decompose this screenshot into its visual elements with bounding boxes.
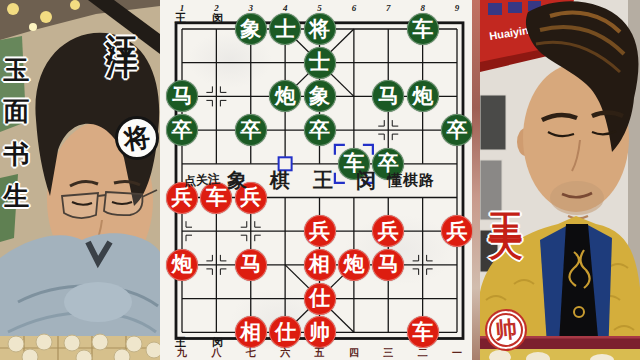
piece-卒[interactable]: 卒	[372, 148, 404, 180]
video-frame: 汪洋 玉面书生 将 象士将车士马炮象马炮卒卒卒卒车卒兵车兵兵兵兵炮马相炮马仕相仕…	[0, 0, 640, 360]
left-player-panel: 汪洋 玉面书生 将	[0, 0, 160, 360]
piece-仕[interactable]: 仕	[269, 316, 301, 348]
piece-兵[interactable]: 兵	[166, 182, 198, 214]
right-player-panel: Huaiyin Han	[480, 0, 640, 360]
piece-马[interactable]: 马	[372, 80, 404, 112]
piece-卒[interactable]: 卒	[304, 114, 336, 146]
piece-相[interactable]: 相	[304, 249, 336, 281]
piece-兵[interactable]: 兵	[441, 215, 473, 247]
piece-帅[interactable]: 帅	[304, 316, 336, 348]
piece-炮[interactable]: 炮	[407, 80, 439, 112]
piece-车[interactable]: 车	[407, 316, 439, 348]
piece-相[interactable]: 相	[235, 316, 267, 348]
table-chessboard	[0, 334, 160, 360]
xiangqi-board: 象士将车士马炮象马炮卒卒卒卒车卒兵车兵兵兵兵炮马相炮马仕相仕帅车 1234567…	[160, 0, 480, 360]
piece-炮[interactable]: 炮	[269, 80, 301, 112]
piece-象[interactable]: 象	[235, 13, 267, 45]
piece-仕[interactable]: 仕	[304, 283, 336, 315]
piece-layer: 象士将车士马炮象马炮卒卒卒卒车卒兵车兵兵兵兵炮马相炮马仕相仕帅车	[160, 0, 480, 360]
panel-divider-strip	[472, 0, 480, 360]
left-side-badge-general: 将	[115, 116, 159, 160]
piece-兵[interactable]: 兵	[304, 215, 336, 247]
piece-兵[interactable]: 兵	[372, 215, 404, 247]
piece-炮[interactable]: 炮	[338, 249, 370, 281]
piece-象[interactable]: 象	[304, 80, 336, 112]
piece-车[interactable]: 车	[200, 182, 232, 214]
piece-马[interactable]: 马	[166, 80, 198, 112]
piece-炮[interactable]: 炮	[166, 249, 198, 281]
right-player-photo: Huaiyin Han	[480, 0, 640, 360]
piece-卒[interactable]: 卒	[441, 114, 473, 146]
piece-卒[interactable]: 卒	[235, 114, 267, 146]
piece-车[interactable]: 车	[407, 13, 439, 45]
piece-车[interactable]: 车	[338, 148, 370, 180]
piece-士[interactable]: 士	[269, 13, 301, 45]
right-side-badge-marshal: 帅	[485, 309, 527, 351]
piece-将[interactable]: 将	[304, 13, 336, 45]
piece-马[interactable]: 马	[372, 249, 404, 281]
piece-士[interactable]: 士	[304, 47, 336, 79]
left-player-photo	[0, 0, 160, 360]
piece-卒[interactable]: 卒	[166, 114, 198, 146]
piece-兵[interactable]: 兵	[235, 182, 267, 214]
piece-马[interactable]: 马	[235, 249, 267, 281]
